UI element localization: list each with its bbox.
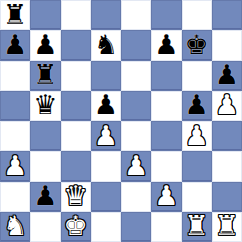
square-c5[interactable] — [61, 91, 91, 121]
square-c1[interactable]: ♚ — [61, 212, 91, 242]
square-a6[interactable] — [0, 61, 30, 91]
black-pawn[interactable]: ♟ — [3, 31, 27, 58]
square-h7[interactable] — [212, 30, 242, 60]
black-pawn[interactable]: ♟ — [154, 31, 178, 58]
black-knight[interactable]: ♞ — [94, 31, 118, 58]
chess-board: ♜♟♟♞♟♚♜♟♛♟♟♟♟♟♟♟♟♛♟♞♚♜♜ — [0, 0, 242, 242]
square-b3[interactable] — [30, 151, 60, 181]
square-d8[interactable] — [91, 0, 121, 30]
black-pawn[interactable]: ♟ — [185, 91, 209, 118]
black-king[interactable]: ♚ — [185, 31, 209, 58]
black-queen[interactable]: ♛ — [33, 91, 57, 118]
square-f2[interactable]: ♟ — [151, 182, 181, 212]
square-a1[interactable]: ♞ — [0, 212, 30, 242]
square-a3[interactable]: ♟ — [0, 151, 30, 181]
square-b5[interactable]: ♛ — [30, 91, 60, 121]
square-c4[interactable] — [61, 121, 91, 151]
square-a2[interactable] — [0, 182, 30, 212]
square-g6[interactable] — [182, 61, 212, 91]
square-f6[interactable] — [151, 61, 181, 91]
square-c6[interactable] — [61, 61, 91, 91]
square-e3[interactable]: ♟ — [121, 151, 151, 181]
white-knight[interactable]: ♞ — [3, 212, 27, 239]
square-e8[interactable] — [121, 0, 151, 30]
square-g8[interactable] — [182, 0, 212, 30]
square-d2[interactable] — [91, 182, 121, 212]
square-c2[interactable]: ♛ — [61, 182, 91, 212]
square-d5[interactable]: ♟ — [91, 91, 121, 121]
square-f7[interactable]: ♟ — [151, 30, 181, 60]
square-g7[interactable]: ♚ — [182, 30, 212, 60]
square-h3[interactable] — [212, 151, 242, 181]
square-a4[interactable] — [0, 121, 30, 151]
square-e2[interactable] — [121, 182, 151, 212]
square-f8[interactable] — [151, 0, 181, 30]
white-rook[interactable]: ♜ — [215, 212, 239, 239]
square-g3[interactable] — [182, 151, 212, 181]
square-b8[interactable] — [30, 0, 60, 30]
white-pawn[interactable]: ♟ — [185, 122, 209, 149]
square-c8[interactable] — [61, 0, 91, 30]
square-b6[interactable]: ♜ — [30, 61, 60, 91]
square-h8[interactable] — [212, 0, 242, 30]
black-pawn[interactable]: ♟ — [33, 182, 57, 209]
square-d1[interactable] — [91, 212, 121, 242]
square-e6[interactable] — [121, 61, 151, 91]
square-a8[interactable]: ♜ — [0, 0, 30, 30]
square-h1[interactable]: ♜ — [212, 212, 242, 242]
square-h5[interactable]: ♟ — [212, 91, 242, 121]
black-pawn[interactable]: ♟ — [94, 91, 118, 118]
square-d4[interactable]: ♟ — [91, 121, 121, 151]
square-h6[interactable]: ♟ — [212, 61, 242, 91]
square-e1[interactable] — [121, 212, 151, 242]
black-pawn[interactable]: ♟ — [33, 31, 57, 58]
square-f4[interactable] — [151, 121, 181, 151]
square-g4[interactable]: ♟ — [182, 121, 212, 151]
square-c3[interactable] — [61, 151, 91, 181]
square-g1[interactable]: ♜ — [182, 212, 212, 242]
square-a5[interactable] — [0, 91, 30, 121]
white-king[interactable]: ♚ — [64, 212, 88, 239]
square-e5[interactable] — [121, 91, 151, 121]
square-b7[interactable]: ♟ — [30, 30, 60, 60]
square-b4[interactable] — [30, 121, 60, 151]
square-h4[interactable] — [212, 121, 242, 151]
square-f1[interactable] — [151, 212, 181, 242]
white-pawn[interactable]: ♟ — [124, 152, 148, 179]
white-pawn[interactable]: ♟ — [215, 91, 239, 118]
square-d6[interactable] — [91, 61, 121, 91]
white-pawn[interactable]: ♟ — [154, 182, 178, 209]
white-rook[interactable]: ♜ — [185, 212, 209, 239]
square-f3[interactable] — [151, 151, 181, 181]
black-pawn[interactable]: ♟ — [215, 61, 239, 88]
square-e7[interactable] — [121, 30, 151, 60]
white-pawn[interactable]: ♟ — [3, 152, 27, 179]
square-a7[interactable]: ♟ — [0, 30, 30, 60]
square-d7[interactable]: ♞ — [91, 30, 121, 60]
white-queen[interactable]: ♛ — [64, 182, 88, 209]
square-h2[interactable] — [212, 182, 242, 212]
black-rook[interactable]: ♜ — [3, 1, 27, 28]
square-b1[interactable] — [30, 212, 60, 242]
white-pawn[interactable]: ♟ — [94, 122, 118, 149]
square-e4[interactable] — [121, 121, 151, 151]
square-g5[interactable]: ♟ — [182, 91, 212, 121]
square-f5[interactable] — [151, 91, 181, 121]
square-g2[interactable] — [182, 182, 212, 212]
black-rook[interactable]: ♜ — [33, 61, 57, 88]
square-d3[interactable] — [91, 151, 121, 181]
square-b2[interactable]: ♟ — [30, 182, 60, 212]
square-c7[interactable] — [61, 30, 91, 60]
